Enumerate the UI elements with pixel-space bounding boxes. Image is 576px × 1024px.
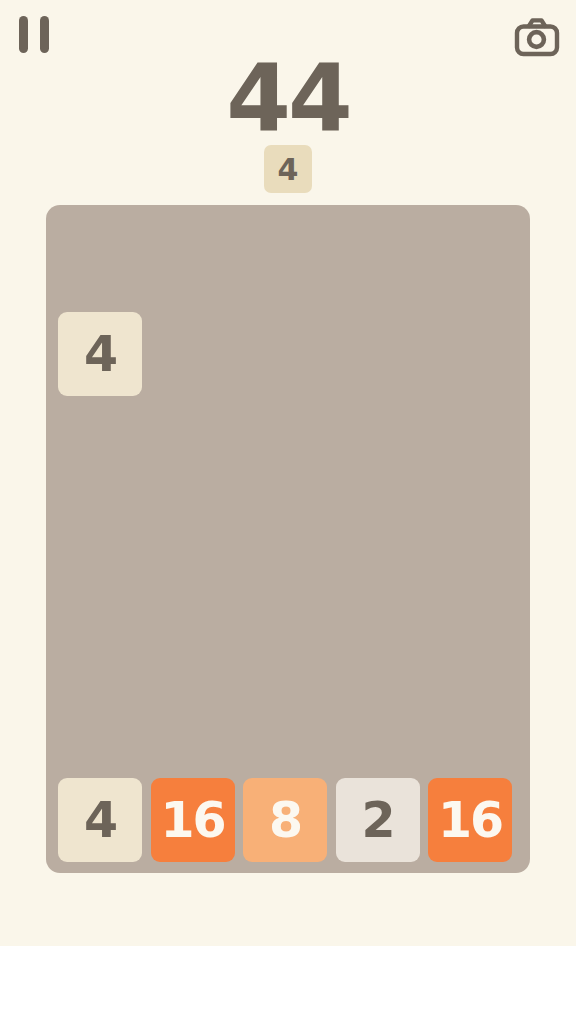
pause-bar-right	[40, 16, 49, 53]
tile-value: 16	[160, 792, 224, 849]
game-area: 44 4 4 4 16 8 2 16	[0, 0, 576, 946]
tile-r7c5: 16	[428, 778, 512, 862]
game-screen: 44 4 4 4 16 8 2 16	[0, 0, 576, 1024]
game-board[interactable]: 4 4 16 8 2 16	[46, 205, 530, 873]
next-tile-preview: 4	[264, 145, 312, 193]
tile-r7c2: 16	[151, 778, 235, 862]
tile-value: 16	[438, 792, 502, 849]
score-display: 44	[0, 52, 576, 145]
falling-tile: 4	[58, 312, 142, 396]
next-tile-value: 4	[278, 152, 299, 187]
tile-r7c3: 8	[243, 778, 327, 862]
letterbox-bottom	[0, 946, 576, 1024]
tile-value: 4	[84, 792, 116, 849]
pause-icon	[19, 16, 49, 53]
tile-r7c4: 2	[336, 778, 420, 862]
falling-tile-value: 4	[84, 326, 116, 383]
pause-bar-left	[19, 16, 28, 53]
tile-value: 8	[269, 792, 301, 849]
camera-icon	[514, 17, 560, 57]
tile-r7c1: 4	[58, 778, 142, 862]
tile-value: 2	[361, 792, 393, 849]
